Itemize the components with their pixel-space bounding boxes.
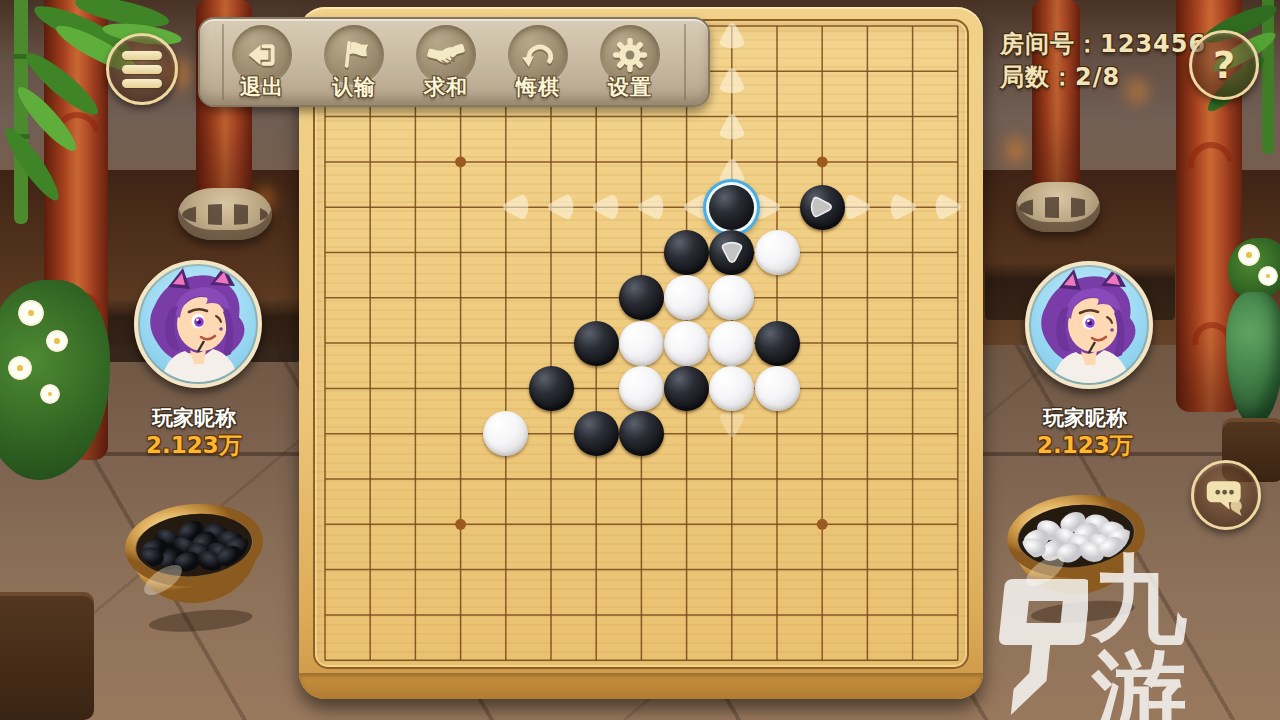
lantern-glow	[1000, 130, 1032, 170]
chat-button[interactable]	[1191, 460, 1261, 530]
direction-marker-right	[810, 195, 834, 219]
flag-icon	[335, 36, 373, 74]
stone-black-last-move	[709, 185, 754, 230]
stone-black	[574, 321, 619, 366]
white-flower	[40, 384, 60, 404]
black-stone-bowl	[112, 492, 279, 641]
white-flower	[1238, 244, 1260, 266]
stone-black	[619, 275, 664, 320]
stone-black	[529, 366, 574, 411]
player-right-avatar[interactable]	[1025, 261, 1153, 389]
room-number-label: 房间号：	[1000, 30, 1100, 58]
pillar-base	[1016, 182, 1100, 232]
undo-arrow-icon	[519, 36, 557, 74]
white-flower	[8, 356, 32, 380]
stone-white	[619, 321, 664, 366]
stone-black	[574, 411, 619, 456]
player-left-money: 2.123万	[104, 430, 284, 461]
player-right-money: 2.123万	[995, 430, 1175, 461]
exit-arrow-icon	[243, 36, 281, 74]
draw-button[interactable]: 求和	[400, 25, 492, 101]
resign-button[interactable]: 认输	[308, 25, 400, 101]
chat-bubble-icon	[1204, 473, 1248, 517]
player-left-avatar[interactable]	[134, 260, 262, 388]
stone-white	[755, 230, 800, 275]
stone-black	[664, 366, 709, 411]
game-toolbar: 退出 认输 求和 悔棋 设置	[198, 17, 710, 107]
gear-icon	[611, 36, 649, 74]
round-count-value: 2/8	[1075, 63, 1120, 91]
exit-label: 退出	[216, 73, 308, 101]
question-mark-icon: ?	[1213, 43, 1235, 87]
player-left-name: 玩家昵称	[104, 404, 284, 432]
menu-button[interactable]	[106, 33, 178, 105]
stone-black	[619, 411, 664, 456]
player-right-name: 玩家昵称	[995, 404, 1175, 432]
white-stone-bowl	[994, 483, 1161, 632]
white-flower	[18, 300, 44, 326]
stone-white	[755, 366, 800, 411]
room-info: 房间号：123456 局数：2/8	[1000, 28, 1206, 94]
gomoku-board	[299, 7, 983, 699]
help-button[interactable]: ?	[1189, 30, 1259, 100]
stone-white	[709, 321, 754, 366]
direction-marker-down	[720, 241, 744, 265]
white-flower	[1258, 266, 1278, 286]
draw-label: 求和	[400, 73, 492, 101]
settings-label: 设置	[584, 73, 676, 101]
game-screen: 退出 认输 求和 悔棋 设置 房间号：123456 局数：2/8 ? 玩家昵称 …	[0, 0, 1280, 720]
stone-black	[709, 230, 754, 275]
stone-white	[709, 366, 754, 411]
undo-button[interactable]: 悔棋	[492, 25, 584, 101]
stone-black	[755, 321, 800, 366]
round-count-label: 局数：	[1000, 63, 1075, 91]
stone-black	[800, 185, 845, 230]
undo-label: 悔棋	[492, 73, 584, 101]
resign-label: 认输	[308, 73, 400, 101]
stone-black	[664, 230, 709, 275]
board-base-edge	[299, 673, 983, 699]
exit-button[interactable]: 退出	[216, 25, 308, 101]
hamburger-icon	[122, 51, 162, 88]
settings-button[interactable]: 设置	[584, 25, 676, 101]
white-flower	[46, 330, 68, 352]
stone-white	[619, 366, 664, 411]
board-grid[interactable]	[325, 26, 958, 661]
stone-white	[664, 321, 709, 366]
handshake-icon	[427, 36, 465, 74]
wooden-stand	[0, 592, 94, 720]
